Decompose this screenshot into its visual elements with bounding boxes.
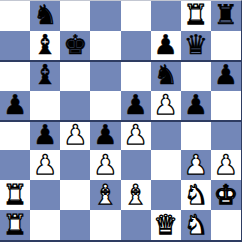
square-e3[interactable] [121,150,151,180]
piece-black-bishop: ♝ [33,31,57,58]
piece-white-bishop: ♝ [93,181,117,208]
square-b3[interactable]: ♟ [30,150,60,180]
square-g4[interactable] [181,121,211,151]
square-c8[interactable] [60,1,90,31]
piece-white-pawn: ♟ [123,121,147,148]
piece-white-pawn: ♟ [63,121,87,148]
square-c2[interactable] [60,180,90,210]
piece-black-pawn: ♟ [184,91,208,118]
piece-black-knight: ♞ [154,61,178,88]
square-c5[interactable] [60,91,90,121]
square-b4[interactable]: ♟ [30,121,60,151]
square-f5[interactable]: ♟ [151,91,181,121]
square-a2[interactable]: ♜ [0,180,30,210]
square-b1[interactable] [30,210,60,240]
piece-black-king: ♚ [63,31,87,58]
chess-board: ♞♜♜♝♚♟♛♝♞♟♟♟♟♟♟♟♟♟♟♟♟♟♜♝♝♞♚♜♛♞ [0,0,242,242]
square-a3[interactable] [0,150,30,180]
square-d1[interactable] [90,210,120,240]
square-e1[interactable] [121,210,151,240]
square-g8[interactable]: ♜ [181,1,211,31]
square-d8[interactable] [90,1,120,31]
square-d7[interactable] [90,31,120,61]
square-f7[interactable]: ♟ [151,31,181,61]
square-d4[interactable]: ♟ [90,121,120,151]
square-a1[interactable]: ♜ [0,210,30,240]
square-h5[interactable] [211,91,241,121]
piece-black-rook: ♜ [214,1,238,28]
piece-black-queen: ♛ [184,31,208,58]
square-h8[interactable]: ♜ [211,1,241,31]
piece-white-pawn: ♟ [214,151,238,178]
square-c3[interactable] [60,150,90,180]
piece-black-pawn: ♟ [33,121,57,148]
square-c7[interactable]: ♚ [60,31,90,61]
square-a8[interactable] [0,1,30,31]
square-b8[interactable]: ♞ [30,1,60,31]
piece-white-knight: ♞ [184,211,208,238]
square-g3[interactable]: ♟ [181,150,211,180]
piece-white-pawn: ♟ [154,91,178,118]
square-e4[interactable]: ♟ [121,121,151,151]
square-d2[interactable]: ♝ [90,180,120,210]
square-f4[interactable] [151,121,181,151]
piece-white-bishop: ♝ [123,181,147,208]
piece-black-pawn: ♟ [154,31,178,58]
square-h7[interactable] [211,31,241,61]
square-b6[interactable]: ♝ [30,61,60,91]
square-a6[interactable] [0,61,30,91]
piece-white-king: ♚ [214,181,238,208]
piece-white-pawn: ♟ [93,151,117,178]
square-a7[interactable] [0,31,30,61]
square-h6[interactable]: ♟ [211,61,241,91]
square-f2[interactable] [151,180,181,210]
square-c4[interactable]: ♟ [60,121,90,151]
square-e7[interactable] [121,31,151,61]
piece-black-bishop: ♝ [33,61,57,88]
square-e2[interactable]: ♝ [121,180,151,210]
square-h2[interactable]: ♚ [211,180,241,210]
square-f8[interactable] [151,1,181,31]
piece-white-knight: ♞ [184,181,208,208]
piece-white-queen: ♛ [154,211,178,238]
piece-white-pawn: ♟ [184,151,208,178]
square-b2[interactable] [30,180,60,210]
square-e6[interactable] [121,61,151,91]
square-g7[interactable]: ♛ [181,31,211,61]
square-a5[interactable]: ♟ [0,91,30,121]
square-g2[interactable]: ♞ [181,180,211,210]
piece-black-pawn: ♟ [3,91,27,118]
square-d6[interactable] [90,61,120,91]
square-d5[interactable] [90,91,120,121]
square-h1[interactable] [211,210,241,240]
square-c1[interactable] [60,210,90,240]
piece-white-rook: ♜ [3,181,27,208]
square-c6[interactable] [60,61,90,91]
square-f3[interactable] [151,150,181,180]
square-f6[interactable]: ♞ [151,61,181,91]
square-b5[interactable] [30,91,60,121]
piece-white-rook: ♜ [3,211,27,238]
square-h3[interactable]: ♟ [211,150,241,180]
square-g5[interactable]: ♟ [181,91,211,121]
chess-board-grid: ♞♜♜♝♚♟♛♝♞♟♟♟♟♟♟♟♟♟♟♟♟♟♜♝♝♞♚♜♛♞ [0,1,241,240]
square-h4[interactable] [211,121,241,151]
square-f1[interactable]: ♛ [151,210,181,240]
piece-white-pawn: ♟ [33,151,57,178]
square-g6[interactable] [181,61,211,91]
piece-black-pawn: ♟ [123,91,147,118]
square-g1[interactable]: ♞ [181,210,211,240]
square-d3[interactable]: ♟ [90,150,120,180]
square-b7[interactable]: ♝ [30,31,60,61]
square-e8[interactable] [121,1,151,31]
piece-black-pawn: ♟ [93,121,117,148]
piece-black-pawn: ♟ [214,61,238,88]
square-a4[interactable] [0,121,30,151]
piece-white-rook: ♜ [184,1,208,28]
square-e5[interactable]: ♟ [121,91,151,121]
piece-black-knight: ♞ [33,1,57,28]
